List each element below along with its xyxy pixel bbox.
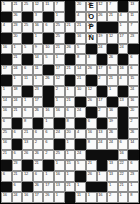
cell-3-11[interactable]: 17 xyxy=(118,33,129,44)
cell-0-3[interactable]: 12 xyxy=(33,1,44,12)
code-number: 25 xyxy=(56,151,60,155)
cell-10-4[interactable]: 16 xyxy=(43,107,54,118)
code-number: 26 xyxy=(35,108,39,112)
black-cell-13-5 xyxy=(54,139,65,150)
cell-15-11[interactable]: 22 xyxy=(118,160,129,171)
black-cell-5-11 xyxy=(118,54,129,65)
cell-16-6[interactable]: 1 xyxy=(65,171,76,182)
cell-0-4[interactable]: 11 xyxy=(43,1,54,12)
cell-3-7[interactable]: 16 xyxy=(75,33,86,44)
cell-11-10[interactable]: 19 xyxy=(107,118,118,129)
cell-3-8[interactable]: 17N xyxy=(86,33,97,44)
cell-18-0[interactable]: 16 xyxy=(1,192,12,203)
cell-6-10[interactable]: 6 xyxy=(107,65,118,76)
cell-7-5[interactable]: 12 xyxy=(54,75,65,86)
cell-12-6[interactable]: 20 xyxy=(65,129,76,140)
cell-10-5[interactable]: 16 xyxy=(54,107,65,118)
cell-18-4[interactable]: 26 xyxy=(43,192,54,203)
code-number: 21 xyxy=(120,183,124,187)
code-number: 1 xyxy=(56,193,58,197)
cell-15-3[interactable]: 21 xyxy=(33,160,44,171)
cell-5-7[interactable]: 8 xyxy=(75,54,86,65)
code-number: 1 xyxy=(56,98,58,102)
cell-12-7[interactable]: 4 xyxy=(75,129,86,140)
cell-1-9[interactable]: 26 xyxy=(97,12,108,23)
cell-9-2[interactable]: 1 xyxy=(22,97,33,108)
codeword-grid: 52125121172026E12713263148O2621411423251… xyxy=(0,0,140,204)
code-number: 26 xyxy=(66,45,70,49)
code-number: 6 xyxy=(109,66,111,70)
cell-18-10[interactable]: 2 xyxy=(107,192,118,203)
cell-16-5[interactable]: 16 xyxy=(54,171,65,182)
cell-4-1[interactable]: 1 xyxy=(12,44,23,55)
cell-16-3[interactable]: 6 xyxy=(33,171,44,182)
black-cell-13-1 xyxy=(12,139,23,150)
code-number: 1 xyxy=(130,183,132,187)
code-number: 16 xyxy=(120,66,124,70)
cell-4-5[interactable]: 21 xyxy=(54,44,65,55)
code-number: 18 xyxy=(13,87,17,91)
code-number: 16 xyxy=(109,108,113,112)
code-number: 2 xyxy=(35,140,37,144)
cell-17-11[interactable]: 21 xyxy=(118,182,129,193)
code-number: 13 xyxy=(98,130,102,134)
cell-5-3[interactable]: 14 xyxy=(33,54,44,65)
cell-16-8[interactable]: 26 xyxy=(86,171,97,182)
cell-17-10[interactable]: 1 xyxy=(107,182,118,193)
cell-0-8[interactable]: 26E xyxy=(86,1,97,12)
cell-9-1[interactable]: 24 xyxy=(12,97,23,108)
cell-18-8[interactable]: 1 xyxy=(86,192,97,203)
cell-16-4[interactable]: 1 xyxy=(43,171,54,182)
cell-0-10[interactable]: 7 xyxy=(107,1,118,12)
code-number: 23 xyxy=(13,23,17,27)
code-number: 5 xyxy=(77,161,79,165)
cell-1-8[interactable]: 8O xyxy=(86,12,97,23)
black-cell-4-12 xyxy=(128,44,139,55)
code-number: 3 xyxy=(35,13,37,17)
code-number: 21 xyxy=(13,2,17,6)
cell-11-4[interactable]: 1 xyxy=(43,118,54,129)
code-number: 16 xyxy=(120,151,124,155)
code-number: 16 xyxy=(88,130,92,134)
cell-14-1[interactable]: 6 xyxy=(12,150,23,161)
code-number: 14 xyxy=(3,98,7,102)
cell-7-11[interactable]: 4 xyxy=(118,75,129,86)
code-number: 1 xyxy=(13,45,15,49)
cell-9-5[interactable]: 1 xyxy=(54,97,65,108)
black-cell-14-9 xyxy=(97,150,108,161)
code-number: 24 xyxy=(109,140,113,144)
code-number: 6 xyxy=(130,55,132,59)
cell-10-1[interactable]: 21 xyxy=(12,107,23,118)
black-cell-9-4 xyxy=(43,97,54,108)
code-number: 13 xyxy=(120,98,124,102)
cell-10-10[interactable]: 16 xyxy=(107,107,118,118)
code-number: 25 xyxy=(56,34,60,38)
cell-6-7[interactable]: 14 xyxy=(75,65,86,76)
cell-0-5[interactable]: 7 xyxy=(54,1,65,12)
cell-10-0[interactable]: 16 xyxy=(1,107,12,118)
cell-17-6[interactable]: 21 xyxy=(65,182,76,193)
cell-6-2[interactable]: 6 xyxy=(22,65,33,76)
cell-14-4[interactable]: 2 xyxy=(43,150,54,161)
cell-16-10[interactable]: 13 xyxy=(107,171,118,182)
cell-7-1[interactable]: 1 xyxy=(12,75,23,86)
cell-1-3[interactable]: 3 xyxy=(33,12,44,23)
cell-12-9[interactable]: 13 xyxy=(97,129,108,140)
cell-8-1[interactable]: 18 xyxy=(12,86,23,97)
cell-16-12[interactable]: 23 xyxy=(128,171,139,182)
cell-4-7[interactable]: 5 xyxy=(75,44,86,55)
cell-17-12[interactable]: 1 xyxy=(128,182,139,193)
cell-13-0[interactable]: 16 xyxy=(1,139,12,150)
cell-6-11[interactable]: 16 xyxy=(118,65,129,76)
black-cell-0-6 xyxy=(65,1,76,12)
code-number: 26 xyxy=(98,13,102,17)
cell-13-2[interactable]: 13 xyxy=(22,139,33,150)
code-number: 1 xyxy=(45,172,47,176)
code-number: 4 xyxy=(77,13,79,17)
cell-7-2[interactable]: 11 xyxy=(22,75,33,86)
cell-10-6[interactable]: 6 xyxy=(65,107,76,118)
cell-13-8[interactable]: 8 xyxy=(86,139,97,150)
cell-13-10[interactable]: 24 xyxy=(107,139,118,150)
cell-4-4[interactable]: 10 xyxy=(43,44,54,55)
code-number: 2 xyxy=(109,193,111,197)
cell-13-9[interactable]: 24 xyxy=(97,139,108,150)
cell-11-2[interactable]: 8 xyxy=(22,118,33,129)
black-cell-7-6 xyxy=(65,75,76,86)
code-number: 21 xyxy=(77,76,81,80)
cell-12-2[interactable]: 21 xyxy=(22,129,33,140)
cell-14-2[interactable]: 26 xyxy=(22,150,33,161)
cell-16-1[interactable]: 21 xyxy=(12,171,23,182)
code-number: 13 xyxy=(24,140,28,144)
cell-0-9[interactable]: 12 xyxy=(97,1,108,12)
code-number: 25 xyxy=(56,23,60,27)
cell-10-12[interactable]: 20 xyxy=(128,107,139,118)
cell-16-9[interactable]: 1 xyxy=(97,171,108,182)
cell-12-12[interactable]: 26 xyxy=(128,129,139,140)
cell-2-2[interactable]: 25 xyxy=(22,22,33,33)
cell-13-3[interactable]: 2 xyxy=(33,139,44,150)
code-number: 26 xyxy=(24,151,28,155)
black-cell-3-0 xyxy=(1,33,12,44)
cell-17-7[interactable]: 1 xyxy=(75,182,86,193)
cell-7-12[interactable]: 15 xyxy=(128,75,139,86)
code-number: 12 xyxy=(109,34,113,38)
cell-18-7[interactable]: 11 xyxy=(75,192,86,203)
cell-8-0[interactable]: 1 xyxy=(1,86,12,97)
black-cell-7-0 xyxy=(1,75,12,86)
cell-4-11[interactable]: 24 xyxy=(118,44,129,55)
code-number: 24 xyxy=(56,130,60,134)
code-number: 1 xyxy=(109,183,111,187)
cell-14-11[interactable]: 16 xyxy=(118,150,129,161)
cell-6-3[interactable]: 11 xyxy=(33,65,44,76)
cell-4-6[interactable]: 26 xyxy=(65,44,76,55)
cell-9-12[interactable]: 16 xyxy=(128,97,139,108)
cell-5-4[interactable]: 5 xyxy=(43,54,54,65)
code-number: 11 xyxy=(35,66,39,70)
code-number: 13 xyxy=(109,172,113,176)
cell-8-6[interactable]: 1 xyxy=(65,86,76,97)
code-number: 8 xyxy=(66,119,68,123)
code-number: 11 xyxy=(24,76,28,80)
cell-12-10[interactable]: 26 xyxy=(107,129,118,140)
code-number: 1 xyxy=(120,193,122,197)
code-number: 1 xyxy=(35,34,37,38)
cell-3-10[interactable]: 12 xyxy=(107,33,118,44)
code-number: 26 xyxy=(109,55,113,59)
code-number: 13 xyxy=(109,161,113,165)
cell-8-10[interactable]: 1 xyxy=(107,86,118,97)
cell-13-4[interactable]: 6 xyxy=(43,139,54,150)
code-number: 8 xyxy=(130,193,132,197)
black-cell-5-2 xyxy=(22,54,33,65)
cell-17-5[interactable]: 13 xyxy=(54,182,65,193)
code-number: 10 xyxy=(45,45,49,49)
code-number: 1 xyxy=(66,87,68,91)
cell-12-8[interactable]: 16 xyxy=(86,129,97,140)
cell-2-5[interactable]: 25 xyxy=(54,22,65,33)
code-number: 24 xyxy=(98,140,102,144)
black-cell-6-4 xyxy=(43,65,54,76)
cell-9-8[interactable]: 26 xyxy=(86,97,97,108)
code-number: 23 xyxy=(130,172,134,176)
cell-1-5[interactable]: 1 xyxy=(54,12,65,23)
cell-11-8[interactable]: 6 xyxy=(86,118,97,129)
cell-7-3[interactable]: 1 xyxy=(33,75,44,86)
code-number: 6 xyxy=(35,172,37,176)
code-number: 24 xyxy=(130,87,134,91)
cell-7-4[interactable]: 26 xyxy=(43,75,54,86)
cell-12-4[interactable]: 6 xyxy=(43,129,54,140)
code-number: 2 xyxy=(130,119,132,123)
cell-15-7[interactable]: 5 xyxy=(75,160,86,171)
cell-6-8[interactable]: 26 xyxy=(86,65,97,76)
code-number: 11 xyxy=(130,13,134,17)
cell-9-9[interactable]: 17 xyxy=(97,97,108,108)
cell-8-5[interactable]: 2 xyxy=(54,86,65,97)
code-number: 1 xyxy=(88,193,90,197)
cell-2-11[interactable]: 1 xyxy=(118,22,129,33)
cell-17-1[interactable]: 6 xyxy=(12,182,23,193)
cell-3-1[interactable]: 20 xyxy=(12,33,23,44)
cell-9-0[interactable]: 14 xyxy=(1,97,12,108)
cell-12-0[interactable]: 25 xyxy=(1,129,12,140)
code-number: 1 xyxy=(66,140,68,144)
cell-5-12[interactable]: 6 xyxy=(128,54,139,65)
cell-1-10[interactable]: 21 xyxy=(107,12,118,23)
black-cell-15-0 xyxy=(1,160,12,171)
cell-15-12[interactable]: 6 xyxy=(128,160,139,171)
cell-11-6[interactable]: 8 xyxy=(65,118,76,129)
cell-8-7[interactable]: 10 xyxy=(75,86,86,97)
cell-6-0[interactable]: 17 xyxy=(1,65,12,76)
cell-18-2[interactable]: 16 xyxy=(22,192,33,203)
cell-14-7[interactable]: 24 xyxy=(75,150,86,161)
cell-2-6[interactable]: 21 xyxy=(65,22,76,33)
code-number: 12 xyxy=(56,76,60,80)
cell-18-11[interactable]: 1 xyxy=(118,192,129,203)
cell-13-12[interactable]: 14 xyxy=(128,139,139,150)
cell-18-3[interactable]: 17 xyxy=(33,192,44,203)
cell-9-6[interactable]: 21 xyxy=(65,97,76,108)
cell-15-8[interactable]: 21 xyxy=(86,160,97,171)
cell-4-2[interactable]: 5 xyxy=(22,44,33,55)
black-cell-11-11 xyxy=(118,118,129,129)
cell-0-1[interactable]: 21 xyxy=(12,1,23,12)
cell-2-0[interactable]: 4 xyxy=(1,22,12,33)
cell-7-9[interactable]: 2 xyxy=(97,75,108,86)
code-number: 20 xyxy=(77,2,81,6)
cell-17-3[interactable]: 26 xyxy=(33,182,44,193)
cell-1-1[interactable]: 26 xyxy=(12,12,23,23)
black-cell-10-11 xyxy=(118,107,129,118)
code-number: 6 xyxy=(24,108,26,112)
code-number: 6 xyxy=(13,130,15,134)
cell-2-1[interactable]: 23 xyxy=(12,22,23,33)
cell-14-0[interactable]: 21 xyxy=(1,150,12,161)
cell-7-10[interactable]: 21 xyxy=(107,75,118,86)
black-cell-11-7 xyxy=(75,118,86,129)
cell-5-10[interactable]: 26 xyxy=(107,54,118,65)
cell-6-1[interactable]: 24 xyxy=(12,65,23,76)
cell-8-3[interactable]: 23 xyxy=(33,86,44,97)
cell-14-3[interactable]: 26 xyxy=(33,150,44,161)
cell-16-11[interactable]: 22 xyxy=(118,171,129,182)
cell-2-12[interactable]: 7 xyxy=(128,22,139,33)
cell-9-11[interactable]: 13 xyxy=(118,97,129,108)
code-number: 25 xyxy=(24,2,28,6)
cell-12-5[interactable]: 24 xyxy=(54,129,65,140)
cell-14-5[interactable]: 25 xyxy=(54,150,65,161)
code-number: 17 xyxy=(3,66,7,70)
code-number: 21 xyxy=(13,172,17,176)
cell-17-4[interactable]: 17 xyxy=(43,182,54,193)
cell-10-3[interactable]: 26 xyxy=(33,107,44,118)
black-cell-3-4 xyxy=(43,33,54,44)
cell-1-12[interactable]: 11 xyxy=(128,12,139,23)
cell-10-2[interactable]: 6 xyxy=(22,107,33,118)
code-number: 24 xyxy=(120,45,124,49)
cell-10-9[interactable]: 2 xyxy=(97,107,108,118)
cell-16-2[interactable]: 12 xyxy=(22,171,33,182)
code-number: 2 xyxy=(45,151,47,155)
cell-9-3[interactable]: 17 xyxy=(33,97,44,108)
cell-11-12[interactable]: 2 xyxy=(128,118,139,129)
code-number: 11 xyxy=(77,193,81,197)
cell-15-10[interactable]: 13 xyxy=(107,160,118,171)
cell-0-0[interactable]: 5 xyxy=(1,1,12,12)
black-cell-17-0 xyxy=(1,182,12,193)
cell-18-1[interactable]: 24 xyxy=(12,192,23,203)
code-number: 22 xyxy=(120,172,124,176)
cell-6-6[interactable]: 21 xyxy=(65,65,76,76)
black-cell-8-2 xyxy=(22,86,33,97)
cell-4-9[interactable]: 24 xyxy=(97,44,108,55)
cell-6-9[interactable]: 17 xyxy=(97,65,108,76)
cell-2-8[interactable]: 24P xyxy=(86,22,97,33)
cell-1-7[interactable]: 4 xyxy=(75,12,86,23)
cell-3-3[interactable]: 1 xyxy=(33,33,44,44)
cell-12-1[interactable]: 6 xyxy=(12,129,23,140)
black-cell-2-9 xyxy=(97,22,108,33)
cell-15-5[interactable]: 1 xyxy=(54,160,65,171)
cell-18-12[interactable]: 8 xyxy=(128,192,139,203)
cell-2-3[interactable]: 16 xyxy=(33,22,44,33)
code-number: 6 xyxy=(35,130,37,134)
cell-3-9[interactable]: 19 xyxy=(97,33,108,44)
cell-8-8[interactable]: 12 xyxy=(86,86,97,97)
cell-3-12[interactable]: 23 xyxy=(128,33,139,44)
cell-5-5[interactable]: 1 xyxy=(54,54,65,65)
cell-13-6[interactable]: 1 xyxy=(65,139,76,150)
cell-2-7[interactable]: 21 xyxy=(75,22,86,33)
cell-13-11[interactable]: 6 xyxy=(118,139,129,150)
cell-7-7[interactable]: 21 xyxy=(75,75,86,86)
cell-6-5[interactable]: 17 xyxy=(54,65,65,76)
code-number: 1 xyxy=(56,55,58,59)
cell-5-1[interactable]: 21 xyxy=(12,54,23,65)
code-number: 16 xyxy=(3,193,7,197)
code-number: 21 xyxy=(13,55,17,59)
cell-10-7[interactable]: 24 xyxy=(75,107,86,118)
cell-6-12[interactable]: 6 xyxy=(128,65,139,76)
code-number: 26 xyxy=(109,130,113,134)
code-number: 1 xyxy=(77,183,79,187)
cell-18-5[interactable]: 1 xyxy=(54,192,65,203)
cell-0-12[interactable]: 13 xyxy=(128,1,139,12)
cell-12-3[interactable]: 6 xyxy=(33,129,44,140)
cell-2-4[interactable]: 6 xyxy=(43,22,54,33)
code-number: 26 xyxy=(35,183,39,187)
code-number: 6 xyxy=(13,151,15,155)
cell-0-7[interactable]: 20 xyxy=(75,1,86,12)
code-number: 7 xyxy=(130,23,132,27)
cell-11-0[interactable]: 6 xyxy=(1,118,12,129)
cell-15-1[interactable]: 23 xyxy=(12,160,23,171)
cell-15-6[interactable]: 15 xyxy=(65,160,76,171)
code-number: 3 xyxy=(88,55,90,59)
cell-0-2[interactable]: 25 xyxy=(22,1,33,12)
code-number: 6 xyxy=(130,161,132,165)
cell-4-0[interactable]: 16 xyxy=(1,44,12,55)
cell-14-6[interactable]: 1 xyxy=(65,150,76,161)
black-cell-14-10 xyxy=(107,150,118,161)
cell-16-0[interactable]: 6 xyxy=(1,171,12,182)
cell-8-12[interactable]: 24 xyxy=(128,86,139,97)
cell-1-11[interactable]: 4 xyxy=(118,12,129,23)
cell-4-3[interactable]: 9 xyxy=(33,44,44,55)
code-number: 26 xyxy=(45,193,49,197)
cell-3-5[interactable]: 25 xyxy=(54,33,65,44)
code-number: 6 xyxy=(130,66,132,70)
code-number: 21 xyxy=(13,108,17,112)
black-cell-12-11 xyxy=(118,129,129,140)
code-number: 6 xyxy=(13,183,15,187)
cell-18-9[interactable]: 16 xyxy=(97,192,108,203)
code-number: 20 xyxy=(13,34,17,38)
code-number: 1 xyxy=(98,172,100,176)
cell-5-8[interactable]: 3 xyxy=(86,54,97,65)
code-number: 21 xyxy=(3,151,7,155)
code-number: 21 xyxy=(66,23,70,27)
code-number: 20 xyxy=(66,130,70,134)
code-number: 1 xyxy=(56,13,58,17)
